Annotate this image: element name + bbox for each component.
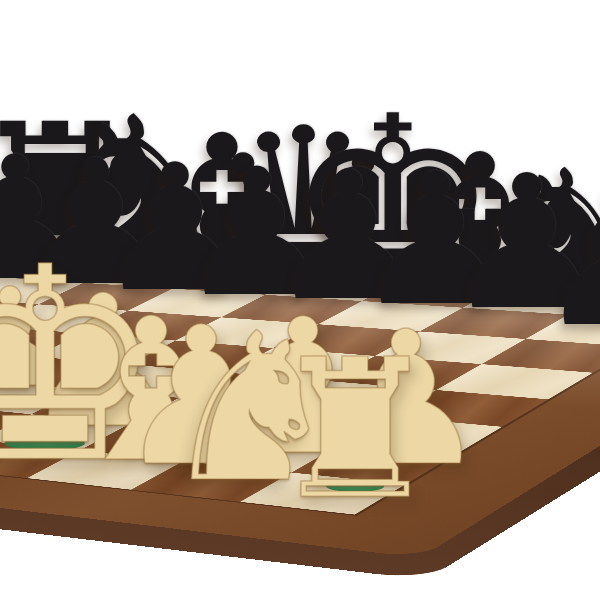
pieces-layer: ♜♞♝♛♚♝♞♟♟♟♟♟♟♟♟♟♚♟♝♟♞♟♜♟ <box>0 0 600 600</box>
piece-black-pawn-h7: ♟ <box>536 165 600 353</box>
piece-white-rook-h1: ♜ <box>269 334 441 526</box>
chess-set-photo: ♜♞♝♛♚♝♞♟♟♟♟♟♟♟♟♟♚♟♝♟♞♟♜♟ <box>0 0 600 600</box>
